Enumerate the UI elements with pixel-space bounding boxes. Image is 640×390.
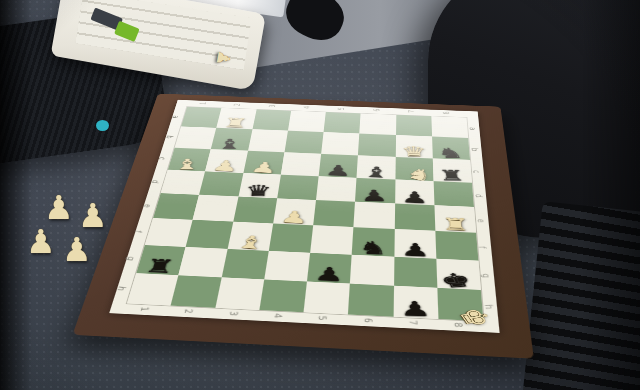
square-g5: ♟ (307, 252, 352, 283)
square-d4 (277, 174, 319, 200)
coord-label-f-llab: f (133, 230, 144, 233)
square-f2 (186, 220, 233, 249)
square-e5 (313, 200, 355, 227)
captured-white-pawn-3: ♟ (26, 222, 56, 261)
square-d1 (161, 170, 206, 195)
coord-label-3-flab: 3 (267, 105, 276, 108)
coord-label-b-llab: b (164, 135, 174, 139)
square-e8: ♜ (434, 205, 476, 233)
black-pawn-h7: ♟ (392, 297, 439, 321)
square-g8: ♚ (436, 258, 481, 289)
coord-label-e-llab: e (142, 204, 153, 209)
square-e6 (354, 202, 395, 229)
coord-label-7-blab: 7 (407, 320, 419, 325)
square-c4 (281, 152, 321, 176)
coord-label-7-flab: 7 (407, 110, 416, 113)
coord-label-4-blab: 4 (272, 314, 284, 319)
square-f8 (435, 231, 478, 260)
square-g6 (350, 254, 394, 285)
coord-label-1-flab: 1 (198, 102, 207, 105)
square-b6 (358, 134, 395, 157)
square-e4: ♟ (273, 198, 316, 225)
square-h2 (171, 275, 221, 308)
square-f4 (269, 224, 314, 253)
coord-label-c-rlab: c (471, 170, 481, 173)
square-a8 (431, 116, 468, 138)
square-a1 (181, 107, 222, 128)
square-c3: ♟ (243, 150, 284, 174)
square-c1: ♝ (168, 147, 211, 171)
teal-sticker (96, 120, 109, 131)
coord-label-6-flab: 6 (372, 109, 381, 112)
square-d3: ♛ (238, 173, 281, 198)
coord-label-d-llab: d (150, 179, 161, 183)
coord-label-c-llab: c (157, 157, 168, 161)
square-g7 (393, 256, 437, 287)
coord-label-5-flab: 5 (337, 107, 346, 110)
square-c8: ♜ (433, 158, 472, 182)
square-h3 (215, 277, 264, 310)
square-b5 (321, 132, 359, 155)
square-d5 (316, 176, 357, 202)
coord-label-8-flab: 8 (442, 111, 451, 114)
slatted-bench (522, 201, 640, 390)
coord-label-4-flab: 4 (302, 106, 311, 109)
coord-label-f-rlab: f (477, 246, 488, 248)
square-b8: ♞ (432, 137, 470, 160)
coord-label-e-rlab: e (475, 219, 486, 223)
square-h5 (304, 281, 351, 314)
square-f5 (310, 225, 353, 254)
square-d7: ♟ (395, 179, 435, 205)
square-g3 (221, 249, 268, 280)
square-d8 (433, 181, 474, 207)
coord-label-b-rlab: b (470, 148, 480, 151)
coord-label-a-llab: a (171, 115, 181, 119)
chess-board: ♜♝♛♞♝♟♟♟♝♞♜♛♟♟♟♜♝♞♟♜♟♚♟♚ 12345678hgfedcb… (109, 100, 499, 333)
coord-label-8-blab: 8 (452, 323, 464, 328)
square-a2: ♜ (216, 108, 256, 129)
square-b3 (248, 129, 288, 152)
square-f6: ♞ (352, 227, 394, 256)
square-e3 (233, 197, 277, 224)
square-e7 (394, 203, 435, 230)
square-b4 (284, 131, 323, 154)
square-c2: ♟ (205, 149, 247, 173)
coord-label-g-llab: g (125, 256, 137, 261)
square-c6: ♝ (357, 155, 396, 179)
square-a5 (324, 112, 361, 134)
square-g4 (264, 251, 310, 282)
square-b1 (175, 127, 217, 149)
coord-label-a-rlab: a (468, 127, 478, 130)
square-h6 (348, 283, 393, 316)
captured-piece-lying: ♟ (212, 49, 234, 67)
square-f7: ♟ (394, 229, 436, 258)
square-e1 (153, 193, 199, 220)
coord-label-g-rlab: g (480, 274, 492, 279)
board-grid: ♜♝♛♞♝♟♟♟♝♞♜♛♟♟♟♜♝♞♟♜♟♚♟♚ (127, 107, 483, 322)
coord-label-2-flab: 2 (233, 103, 242, 106)
captured-white-pawn-4: ♟ (62, 230, 92, 269)
coord-label-1-blab: 1 (138, 307, 150, 312)
coord-label-h-rlab: h (483, 304, 495, 309)
square-b2: ♝ (211, 128, 252, 151)
square-h7: ♟ (393, 286, 438, 319)
square-d2 (199, 171, 243, 196)
square-a6 (359, 114, 395, 136)
coord-label-2-blab: 2 (183, 309, 195, 314)
square-a7 (396, 115, 432, 137)
square-c5: ♟ (319, 154, 358, 178)
coord-label-d-rlab: d (473, 194, 484, 198)
square-d6: ♟ (355, 178, 395, 204)
coord-label-6-blab: 6 (362, 318, 374, 323)
square-a3 (252, 109, 291, 130)
square-h4 (259, 279, 307, 312)
square-b7: ♛ (395, 135, 432, 158)
coord-label-h-llab: h (115, 286, 128, 292)
square-f1 (145, 218, 193, 247)
square-a4 (288, 111, 326, 132)
tournament-photo: ♜♝♛♞♝♟♟♟♝♞♜♛♟♟♟♜♝♞♟♜♟♚♟♚ 12345678hgfedcb… (0, 0, 640, 390)
coord-label-3-blab: 3 (227, 311, 239, 316)
square-h8: ♚ (437, 288, 483, 322)
square-c7: ♞ (395, 157, 433, 181)
coord-label-5-blab: 5 (317, 316, 328, 321)
square-e2 (193, 195, 238, 222)
square-f3: ♝ (227, 222, 273, 251)
square-g2 (179, 247, 228, 278)
square-g1: ♜ (136, 245, 186, 275)
